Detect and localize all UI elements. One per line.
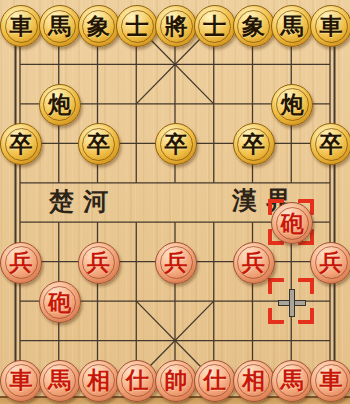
red-advisor[interactable]: 仕 [116, 360, 158, 402]
red-soldier[interactable]: 兵 [155, 242, 197, 284]
piece-glyph: 車 [10, 369, 33, 392]
piece-glyph: 車 [320, 369, 343, 392]
red-advisor[interactable]: 仕 [194, 360, 236, 402]
piece-glyph: 卒 [165, 133, 188, 156]
black-chariot[interactable]: 車 [310, 5, 350, 47]
black-cannon[interactable]: 炮 [39, 84, 81, 126]
black-advisor[interactable]: 士 [194, 5, 236, 47]
red-horse[interactable]: 馬 [271, 360, 313, 402]
red-soldier[interactable]: 兵 [310, 242, 350, 284]
red-horse[interactable]: 馬 [39, 360, 81, 402]
piece-glyph: 帥 [165, 369, 188, 392]
piece-glyph: 車 [10, 15, 33, 38]
red-cannon[interactable]: 砲 [39, 281, 81, 323]
piece-glyph: 馬 [48, 369, 71, 392]
piece-glyph: 兵 [10, 251, 33, 274]
red-chariot[interactable]: 車 [0, 360, 42, 402]
piece-glyph: 車 [320, 15, 343, 38]
crosshair-cursor [278, 289, 306, 317]
piece-glyph: 炮 [281, 93, 304, 116]
piece-glyph: 相 [87, 369, 110, 392]
piece-glyph: 士 [203, 15, 226, 38]
black-soldier[interactable]: 卒 [78, 123, 120, 165]
piece-glyph: 馬 [281, 15, 304, 38]
piece-glyph: 卒 [87, 133, 110, 156]
red-soldier[interactable]: 兵 [0, 242, 42, 284]
crosshair-vertical-bar [289, 289, 295, 317]
piece-glyph: 兵 [242, 251, 265, 274]
black-horse[interactable]: 馬 [39, 5, 81, 47]
piece-glyph: 兵 [87, 251, 110, 274]
black-horse[interactable]: 馬 [271, 5, 313, 47]
piece-glyph: 將 [165, 15, 188, 38]
piece-glyph: 卒 [320, 133, 343, 156]
black-general[interactable]: 將 [155, 5, 197, 47]
red-elephant[interactable]: 相 [78, 360, 120, 402]
piece-glyph: 象 [242, 15, 265, 38]
piece-glyph: 仕 [203, 369, 226, 392]
red-soldier[interactable]: 兵 [78, 242, 120, 284]
piece-glyph: 卒 [242, 133, 265, 156]
piece-glyph: 兵 [320, 251, 343, 274]
piece-glyph: 兵 [165, 251, 188, 274]
black-advisor[interactable]: 士 [116, 5, 158, 47]
red-soldier[interactable]: 兵 [233, 242, 275, 284]
piece-glyph: 炮 [48, 93, 71, 116]
black-soldier[interactable]: 卒 [310, 123, 350, 165]
black-elephant[interactable]: 象 [78, 5, 120, 47]
piece-glyph: 士 [126, 15, 149, 38]
red-chariot[interactable]: 車 [310, 360, 350, 402]
piece-glyph: 相 [242, 369, 265, 392]
red-general[interactable]: 帥 [155, 360, 197, 402]
black-cannon[interactable]: 炮 [271, 84, 313, 126]
piece-glyph: 仕 [126, 369, 149, 392]
piece-glyph: 砲 [48, 291, 71, 314]
piece-glyph: 馬 [48, 15, 71, 38]
piece-glyph: 砲 [281, 212, 304, 235]
black-elephant[interactable]: 象 [233, 5, 275, 47]
xiangqi-board: 楚河 漢界 車馬象士將士象馬車炮炮卒卒卒卒卒砲兵兵兵兵兵砲車馬相仕帥仕相馬車 [0, 0, 350, 404]
black-soldier[interactable]: 卒 [233, 123, 275, 165]
river-label-chu: 楚河 [49, 185, 117, 218]
black-chariot[interactable]: 車 [0, 5, 42, 47]
piece-glyph: 象 [87, 15, 110, 38]
piece-glyph: 卒 [10, 133, 33, 156]
red-elephant[interactable]: 相 [233, 360, 275, 402]
piece-glyph: 馬 [281, 369, 304, 392]
